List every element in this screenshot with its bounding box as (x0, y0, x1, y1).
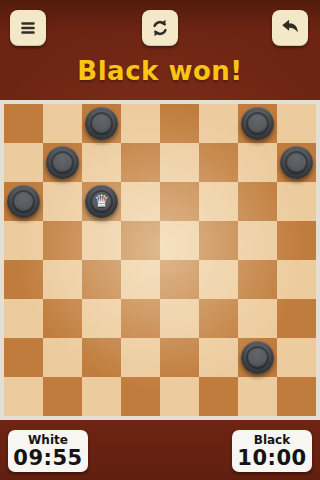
checkers-board: ♛ (0, 100, 320, 420)
menu-button[interactable] (10, 10, 46, 46)
board-square[interactable] (160, 299, 199, 338)
board-square[interactable] (277, 221, 316, 260)
board-square[interactable] (4, 260, 43, 299)
board-square[interactable] (160, 377, 199, 416)
board-square[interactable] (277, 260, 316, 299)
board-square[interactable] (160, 338, 199, 377)
undo-arrow-icon (279, 17, 301, 39)
board-square[interactable] (82, 338, 121, 377)
board-square[interactable] (121, 104, 160, 143)
black-piece[interactable] (85, 107, 118, 140)
black-clock: Black 10:00 (232, 430, 312, 472)
board-square[interactable] (238, 104, 277, 143)
board-square[interactable] (199, 338, 238, 377)
board-square[interactable] (82, 299, 121, 338)
white-clock-label: White (8, 433, 88, 447)
board-square[interactable] (43, 182, 82, 221)
refresh-icon (150, 18, 170, 38)
board-square[interactable] (277, 104, 316, 143)
board-square[interactable] (277, 338, 316, 377)
board-square[interactable] (43, 338, 82, 377)
restart-button[interactable] (142, 10, 178, 46)
board-square[interactable] (4, 104, 43, 143)
hamburger-icon (18, 18, 38, 38)
board-square[interactable] (238, 338, 277, 377)
black-king-piece[interactable]: ♛ (85, 185, 118, 218)
board-square[interactable]: ♛ (82, 182, 121, 221)
result-banner: Black won! (0, 56, 320, 86)
board-square[interactable] (238, 299, 277, 338)
board-square[interactable] (238, 221, 277, 260)
board-square[interactable] (43, 299, 82, 338)
board-square[interactable] (238, 182, 277, 221)
board-square[interactable] (4, 221, 43, 260)
board-square[interactable] (43, 221, 82, 260)
board-square[interactable] (4, 377, 43, 416)
board-square[interactable] (121, 299, 160, 338)
board-square[interactable] (121, 338, 160, 377)
board-square[interactable] (238, 377, 277, 416)
board-square[interactable] (43, 377, 82, 416)
crown-icon: ♛ (94, 193, 109, 210)
black-piece[interactable] (7, 185, 40, 218)
board-square[interactable] (82, 221, 121, 260)
black-clock-time: 10:00 (232, 447, 312, 469)
board-square[interactable] (121, 260, 160, 299)
board-square[interactable] (4, 182, 43, 221)
board-square[interactable] (43, 143, 82, 182)
board-square[interactable] (160, 104, 199, 143)
board-square[interactable] (199, 377, 238, 416)
board-square[interactable] (199, 299, 238, 338)
board-square[interactable] (277, 182, 316, 221)
board-square[interactable] (199, 104, 238, 143)
board-square[interactable] (121, 377, 160, 416)
board-square[interactable] (160, 143, 199, 182)
board-square[interactable] (160, 221, 199, 260)
board-square[interactable] (43, 260, 82, 299)
board-square[interactable] (277, 377, 316, 416)
board-square[interactable] (160, 260, 199, 299)
board-square[interactable] (277, 299, 316, 338)
black-piece[interactable] (241, 341, 274, 374)
black-clock-label: Black (232, 433, 312, 447)
board-square[interactable] (82, 143, 121, 182)
black-piece[interactable] (46, 146, 79, 179)
board-square[interactable] (82, 104, 121, 143)
black-piece[interactable] (280, 146, 313, 179)
board-square[interactable] (4, 143, 43, 182)
board-square[interactable] (82, 260, 121, 299)
board-square[interactable] (199, 260, 238, 299)
black-piece[interactable] (241, 107, 274, 140)
undo-button[interactable] (272, 10, 308, 46)
board-square[interactable] (277, 143, 316, 182)
board-square[interactable] (199, 221, 238, 260)
board-square[interactable] (43, 104, 82, 143)
white-clock-time: 09:55 (8, 447, 88, 469)
board-square[interactable] (238, 143, 277, 182)
board-square[interactable] (121, 221, 160, 260)
board-square[interactable] (238, 260, 277, 299)
board-square[interactable] (160, 182, 199, 221)
board-square[interactable] (199, 182, 238, 221)
board-square[interactable] (82, 377, 121, 416)
board-square[interactable] (199, 143, 238, 182)
board-square[interactable] (4, 338, 43, 377)
board-square[interactable] (4, 299, 43, 338)
white-clock: White 09:55 (8, 430, 88, 472)
board-square[interactable] (121, 182, 160, 221)
board-square[interactable] (121, 143, 160, 182)
